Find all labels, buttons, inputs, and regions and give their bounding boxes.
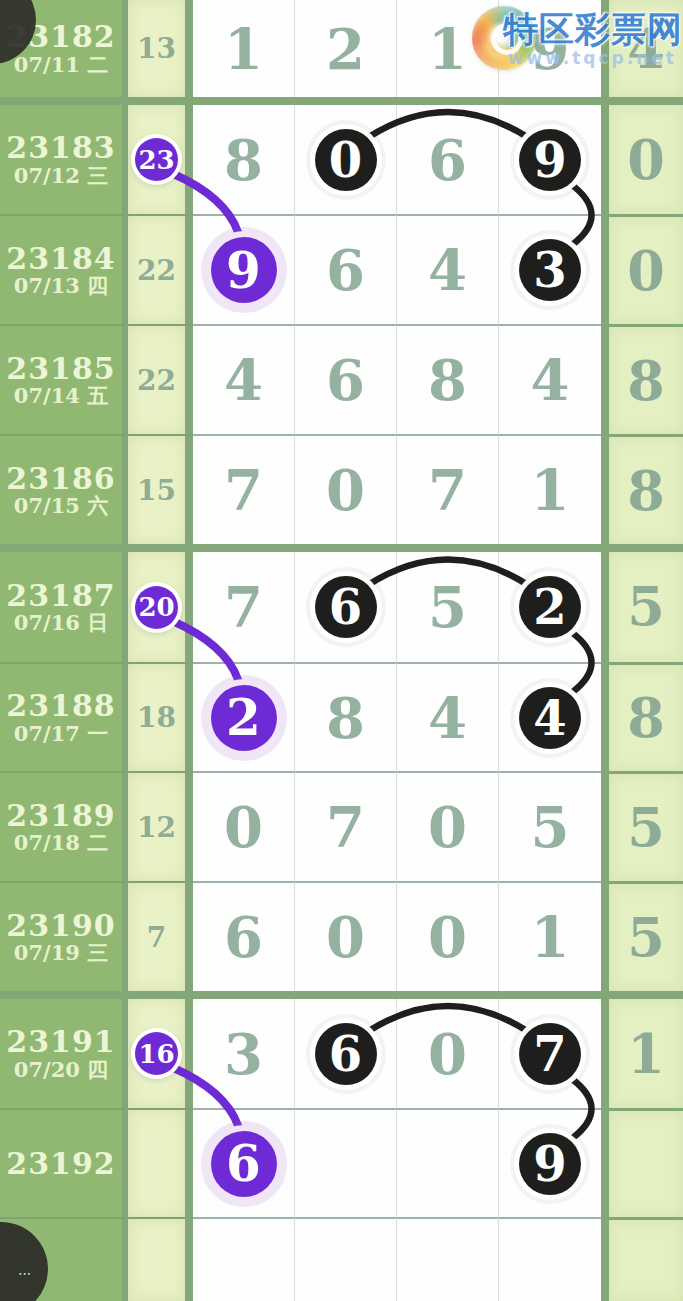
purple-circle-sum: 23 bbox=[135, 138, 178, 181]
digit-cell: 7 bbox=[193, 552, 295, 662]
chart-row: 2318507/14 五2246848 bbox=[0, 324, 683, 434]
digit-cell bbox=[295, 1217, 397, 1301]
draw-date: 07/19 三 bbox=[14, 942, 108, 964]
digit-cell: 1 bbox=[499, 434, 601, 544]
chart-row: 2318307/12 三2380690 bbox=[0, 105, 683, 214]
digit-cell: 7 bbox=[397, 434, 499, 544]
digit-cell: 6 bbox=[193, 1108, 295, 1217]
digit-cell: 6 bbox=[295, 214, 397, 324]
digit-cell: 0 bbox=[397, 771, 499, 881]
sum-cell: 15 bbox=[128, 434, 193, 544]
tail-digit-cell bbox=[601, 1217, 683, 1301]
black-circle-digit: 2 bbox=[519, 576, 581, 638]
black-circle-digit: 9 bbox=[519, 1133, 581, 1195]
tail-digit-cell: 0 bbox=[601, 105, 683, 214]
sum-cell: 7 bbox=[128, 881, 193, 991]
draw-date: 07/13 四 bbox=[14, 275, 108, 297]
issue-number: 23188 bbox=[6, 690, 115, 722]
sum-cell: 22 bbox=[128, 214, 193, 324]
chart-row: 2318207/11 二1312194 bbox=[0, 0, 683, 97]
digit-cell: 6 bbox=[193, 881, 295, 991]
group-separator bbox=[0, 544, 683, 552]
black-circle-digit: 4 bbox=[519, 687, 581, 749]
chart-row: 2319269 bbox=[0, 1108, 683, 1217]
sum-cell: 22 bbox=[128, 324, 193, 434]
tail-digit-cell: 5 bbox=[601, 552, 683, 662]
black-circle-digit: 6 bbox=[315, 576, 377, 638]
sum-cell bbox=[128, 1108, 193, 1217]
more-dots-icon: ⋯ bbox=[18, 1266, 32, 1281]
digit-cell: 8 bbox=[397, 324, 499, 434]
digit-cell: 8 bbox=[193, 105, 295, 214]
chart-row bbox=[0, 1217, 683, 1301]
digit-cell: 9 bbox=[499, 0, 601, 97]
chart-row: 2318407/13 四2296430 bbox=[0, 214, 683, 324]
digit-cell bbox=[193, 1217, 295, 1301]
digit-cell bbox=[397, 1108, 499, 1217]
digit-cell: 4 bbox=[397, 662, 499, 771]
digit-cell: 9 bbox=[193, 214, 295, 324]
digit-cell: 0 bbox=[295, 881, 397, 991]
issue-number: 23191 bbox=[6, 1026, 115, 1058]
tail-digit-cell: 8 bbox=[601, 324, 683, 434]
issue-cell: 2318807/17 一 bbox=[0, 662, 128, 771]
draw-date: 07/18 二 bbox=[14, 832, 108, 854]
black-circle-digit: 7 bbox=[519, 1023, 581, 1085]
issue-cell: 2318607/15 六 bbox=[0, 434, 128, 544]
digit-cell: 1 bbox=[397, 0, 499, 97]
issue-number: 23185 bbox=[6, 353, 115, 385]
draw-date: 07/11 二 bbox=[14, 54, 108, 76]
issue-cell: 2318407/13 四 bbox=[0, 214, 128, 324]
sum-cell: 20 bbox=[128, 552, 193, 662]
tail-digit-cell: 4 bbox=[601, 0, 683, 97]
issue-number: 23192 bbox=[6, 1148, 115, 1180]
draw-date: 07/20 四 bbox=[14, 1059, 108, 1081]
tail-digit-cell: 5 bbox=[601, 881, 683, 991]
tail-digit-cell bbox=[601, 1108, 683, 1217]
digit-cell: 3 bbox=[499, 214, 601, 324]
digit-cell: 1 bbox=[499, 881, 601, 991]
sum-cell: 18 bbox=[128, 662, 193, 771]
purple-circle-digit: 6 bbox=[211, 1131, 277, 1197]
chart-row: 2319107/20 四1636071 bbox=[0, 999, 683, 1108]
digit-cell: 7 bbox=[499, 999, 601, 1108]
chart-row: 2318707/16 日2076525 bbox=[0, 552, 683, 662]
digit-cell: 0 bbox=[397, 999, 499, 1108]
tail-digit-cell: 8 bbox=[601, 662, 683, 771]
draw-date: 07/12 三 bbox=[14, 165, 108, 187]
group-separator bbox=[0, 991, 683, 999]
tail-digit-cell: 5 bbox=[601, 771, 683, 881]
issue-cell: 2318907/18 二 bbox=[0, 771, 128, 881]
digit-cell: 7 bbox=[295, 771, 397, 881]
digit-cell bbox=[397, 1217, 499, 1301]
digit-cell: 0 bbox=[193, 771, 295, 881]
digit-cell: 4 bbox=[499, 662, 601, 771]
digit-cell: 4 bbox=[397, 214, 499, 324]
issue-number: 23189 bbox=[6, 800, 115, 832]
digit-cell: 0 bbox=[397, 881, 499, 991]
issue-cell: 2318707/16 日 bbox=[0, 552, 128, 662]
draw-date: 07/15 六 bbox=[14, 495, 108, 517]
issue-cell: 2319107/20 四 bbox=[0, 999, 128, 1108]
digit-cell: 6 bbox=[397, 105, 499, 214]
issue-number: 23184 bbox=[6, 243, 115, 275]
issue-cell: 2318507/14 五 bbox=[0, 324, 128, 434]
digit-cell: 0 bbox=[295, 105, 397, 214]
sum-cell: 23 bbox=[128, 105, 193, 214]
draw-date: 07/17 一 bbox=[14, 723, 108, 745]
tail-digit-cell: 8 bbox=[601, 434, 683, 544]
chart-row: 2319007/19 三760015 bbox=[0, 881, 683, 991]
digit-cell: 3 bbox=[193, 999, 295, 1108]
issue-number: 23190 bbox=[6, 910, 115, 942]
digit-cell: 1 bbox=[193, 0, 295, 97]
issue-cell: 2318307/12 三 bbox=[0, 105, 128, 214]
black-circle-digit: 6 bbox=[315, 1023, 377, 1085]
tail-digit-cell: 1 bbox=[601, 999, 683, 1108]
digit-cell: 6 bbox=[295, 324, 397, 434]
digit-cell: 9 bbox=[499, 105, 601, 214]
issue-number: 23183 bbox=[6, 132, 115, 164]
purple-circle-digit: 9 bbox=[211, 237, 277, 303]
draw-date: 07/14 五 bbox=[14, 385, 108, 407]
black-circle-digit: 9 bbox=[519, 129, 581, 191]
issue-cell: 23192 bbox=[0, 1108, 128, 1217]
issue-cell: 2319007/19 三 bbox=[0, 881, 128, 991]
digit-cell: 8 bbox=[295, 662, 397, 771]
digit-cell bbox=[499, 1217, 601, 1301]
digit-cell: 2 bbox=[499, 552, 601, 662]
group-separator bbox=[0, 97, 683, 105]
digit-cell: 0 bbox=[295, 434, 397, 544]
purple-circle-sum: 20 bbox=[135, 586, 178, 629]
digit-cell: 6 bbox=[295, 999, 397, 1108]
sum-cell: 16 bbox=[128, 999, 193, 1108]
tail-digit-cell: 0 bbox=[601, 214, 683, 324]
sum-cell: 12 bbox=[128, 771, 193, 881]
black-circle-digit: 3 bbox=[519, 239, 581, 301]
draw-date: 07/16 日 bbox=[14, 612, 108, 634]
black-circle-digit: 0 bbox=[315, 129, 377, 191]
issue-number: 23187 bbox=[6, 580, 115, 612]
issue-number: 23186 bbox=[6, 463, 115, 495]
digit-cell: 6 bbox=[295, 552, 397, 662]
digit-cell: 5 bbox=[499, 771, 601, 881]
sum-cell: 13 bbox=[128, 0, 193, 97]
digit-cell bbox=[295, 1108, 397, 1217]
lottery-trend-chart: 2318207/11 二13121942318307/12 三238069023… bbox=[0, 0, 683, 1301]
trend-chart-board: 2318207/11 二13121942318307/12 三238069023… bbox=[0, 0, 683, 1301]
chart-row: 2318807/17 一1828448 bbox=[0, 662, 683, 771]
digit-cell: 2 bbox=[193, 662, 295, 771]
chart-row: 2318907/18 二1207055 bbox=[0, 771, 683, 881]
digit-cell: 2 bbox=[295, 0, 397, 97]
digit-cell: 4 bbox=[193, 324, 295, 434]
purple-circle-digit: 2 bbox=[211, 685, 277, 751]
purple-circle-sum: 16 bbox=[135, 1032, 178, 1075]
sum-cell bbox=[128, 1217, 193, 1301]
digit-cell: 5 bbox=[397, 552, 499, 662]
digit-cell: 9 bbox=[499, 1108, 601, 1217]
chart-row: 2318607/15 六1570718 bbox=[0, 434, 683, 544]
digit-cell: 7 bbox=[193, 434, 295, 544]
digit-cell: 4 bbox=[499, 324, 601, 434]
